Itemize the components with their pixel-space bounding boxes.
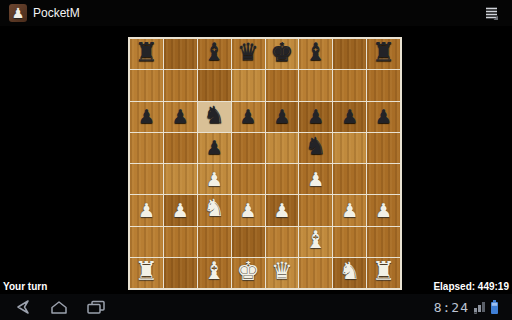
piece-white-queen-met[interactable]: ♛: [271, 259, 293, 283]
square-e5[interactable]: [266, 133, 299, 163]
square-f6[interactable]: ♟: [299, 102, 332, 132]
system-bar: 8:24: [0, 294, 512, 320]
piece-white-bishop-khon[interactable]: ♝: [305, 228, 327, 252]
square-c2[interactable]: [198, 227, 231, 257]
square-h3[interactable]: ♟: [367, 195, 400, 225]
piece-black-knight[interactable]: ♞: [305, 134, 327, 158]
piece-white-rook[interactable]: ♜: [372, 258, 395, 284]
piece-black-king[interactable]: ♚: [270, 39, 293, 65]
battery-icon: [490, 299, 499, 315]
square-f3[interactable]: [299, 195, 332, 225]
square-a6[interactable]: ♟: [130, 102, 163, 132]
piece-black-queen-met[interactable]: ♛: [237, 40, 259, 64]
square-d8[interactable]: ♛: [232, 39, 265, 69]
square-a2[interactable]: [130, 227, 163, 257]
square-b1[interactable]: [164, 258, 197, 288]
piece-white-pawn[interactable]: ♟: [172, 201, 189, 220]
square-h1[interactable]: ♜: [367, 258, 400, 288]
piece-black-pawn[interactable]: ♟: [240, 107, 257, 126]
square-e7[interactable]: [266, 70, 299, 100]
square-g2[interactable]: [333, 227, 366, 257]
square-a8[interactable]: ♜: [130, 39, 163, 69]
elapsed-time: Elapsed: 449:19: [433, 281, 509, 292]
square-g7[interactable]: [333, 70, 366, 100]
piece-black-bishop-khon[interactable]: ♝: [305, 40, 327, 64]
square-g8[interactable]: [333, 39, 366, 69]
square-b3[interactable]: ♟: [164, 195, 197, 225]
status-tray[interactable]: 8:24: [434, 299, 512, 315]
square-g4[interactable]: [333, 164, 366, 194]
square-b4[interactable]: [164, 164, 197, 194]
square-b6[interactable]: ♟: [164, 102, 197, 132]
back-icon[interactable]: [12, 299, 34, 315]
square-a1[interactable]: ♜: [130, 258, 163, 288]
turn-indicator: Your turn: [3, 281, 47, 292]
square-f1[interactable]: [299, 258, 332, 288]
piece-white-knight[interactable]: ♞: [339, 259, 361, 283]
piece-white-pawn[interactable]: ♟: [273, 201, 290, 220]
square-c7[interactable]: [198, 70, 231, 100]
square-e4[interactable]: [266, 164, 299, 194]
square-h6[interactable]: ♟: [367, 102, 400, 132]
square-e8[interactable]: ♚: [266, 39, 299, 69]
piece-white-pawn[interactable]: ♟: [206, 170, 223, 189]
square-c4[interactable]: ♟: [198, 164, 231, 194]
menu-icon[interactable]: [485, 7, 499, 20]
square-f8[interactable]: ♝: [299, 39, 332, 69]
home-icon[interactable]: [48, 299, 70, 315]
piece-black-pawn[interactable]: ♟: [341, 107, 358, 126]
piece-white-pawn[interactable]: ♟: [240, 201, 257, 220]
square-b7[interactable]: [164, 70, 197, 100]
square-g3[interactable]: ♟: [333, 195, 366, 225]
screen: ♟ PocketM ♜♝♛♚♝♜♟♟♞♟♟♟♟♟♟♞♟♟♟♟♞♟♟♟♟♝♜♝♚♛…: [0, 0, 512, 320]
piece-black-rook[interactable]: ♜: [135, 39, 158, 65]
app-title: PocketM: [33, 6, 80, 20]
title-bar: ♟ PocketM: [0, 0, 512, 26]
square-a3[interactable]: ♟: [130, 195, 163, 225]
square-c8[interactable]: ♝: [198, 39, 231, 69]
square-h4[interactable]: [367, 164, 400, 194]
square-d3[interactable]: ♟: [232, 195, 265, 225]
recents-icon[interactable]: [84, 299, 108, 315]
piece-white-rook[interactable]: ♜: [135, 258, 158, 284]
signal-icon: [473, 300, 486, 314]
piece-black-rook[interactable]: ♜: [372, 39, 395, 65]
board: ♜♝♛♚♝♜♟♟♞♟♟♟♟♟♟♞♟♟♟♟♞♟♟♟♟♝♜♝♚♛♞♜: [128, 37, 402, 290]
square-h8[interactable]: ♜: [367, 39, 400, 69]
piece-black-pawn[interactable]: ♟: [307, 107, 324, 126]
square-b5[interactable]: [164, 133, 197, 163]
square-f5[interactable]: ♞: [299, 133, 332, 163]
square-b8[interactable]: [164, 39, 197, 69]
square-d1[interactable]: ♚: [232, 258, 265, 288]
square-h7[interactable]: [367, 70, 400, 100]
piece-white-knight[interactable]: ♞: [203, 196, 225, 220]
square-c5[interactable]: ♟: [198, 133, 231, 163]
piece-black-knight[interactable]: ♞: [203, 103, 225, 127]
piece-white-bishop-khon[interactable]: ♝: [203, 259, 225, 283]
square-g1[interactable]: ♞: [333, 258, 366, 288]
piece-white-pawn[interactable]: ♟: [341, 201, 358, 220]
square-f7[interactable]: [299, 70, 332, 100]
square-h5[interactable]: [367, 133, 400, 163]
square-f2[interactable]: ♝: [299, 227, 332, 257]
square-a5[interactable]: [130, 133, 163, 163]
piece-white-pawn[interactable]: ♟: [138, 201, 155, 220]
square-e3[interactable]: ♟: [266, 195, 299, 225]
square-e1[interactable]: ♛: [266, 258, 299, 288]
piece-black-pawn[interactable]: ♟: [375, 107, 392, 126]
piece-black-pawn[interactable]: ♟: [206, 138, 223, 157]
square-g5[interactable]: [333, 133, 366, 163]
square-c3[interactable]: ♞: [198, 195, 231, 225]
piece-black-pawn[interactable]: ♟: [273, 107, 290, 126]
square-b2[interactable]: [164, 227, 197, 257]
square-d6[interactable]: ♟: [232, 102, 265, 132]
square-e6[interactable]: ♟: [266, 102, 299, 132]
white-makruk-piece-icon: ♟: [12, 6, 25, 20]
piece-white-pawn[interactable]: ♟: [307, 170, 324, 189]
piece-white-pawn[interactable]: ♟: [375, 201, 392, 220]
square-h2[interactable]: [367, 227, 400, 257]
square-a4[interactable]: [130, 164, 163, 194]
square-g6[interactable]: ♟: [333, 102, 366, 132]
square-d4[interactable]: [232, 164, 265, 194]
piece-black-pawn[interactable]: ♟: [138, 107, 155, 126]
square-c6[interactable]: ♞: [198, 102, 231, 132]
square-d7[interactable]: [232, 70, 265, 100]
nav-buttons: [0, 299, 108, 315]
square-d2[interactable]: [232, 227, 265, 257]
clock: 8:24: [434, 300, 469, 315]
piece-black-pawn[interactable]: ♟: [172, 107, 189, 126]
square-c1[interactable]: ♝: [198, 258, 231, 288]
piece-black-bishop-khon[interactable]: ♝: [203, 40, 225, 64]
square-d5[interactable]: [232, 133, 265, 163]
square-e2[interactable]: [266, 227, 299, 257]
piece-white-king[interactable]: ♚: [236, 258, 259, 284]
square-a7[interactable]: [130, 70, 163, 100]
app-icon: ♟: [9, 4, 27, 22]
square-f4[interactable]: ♟: [299, 164, 332, 194]
